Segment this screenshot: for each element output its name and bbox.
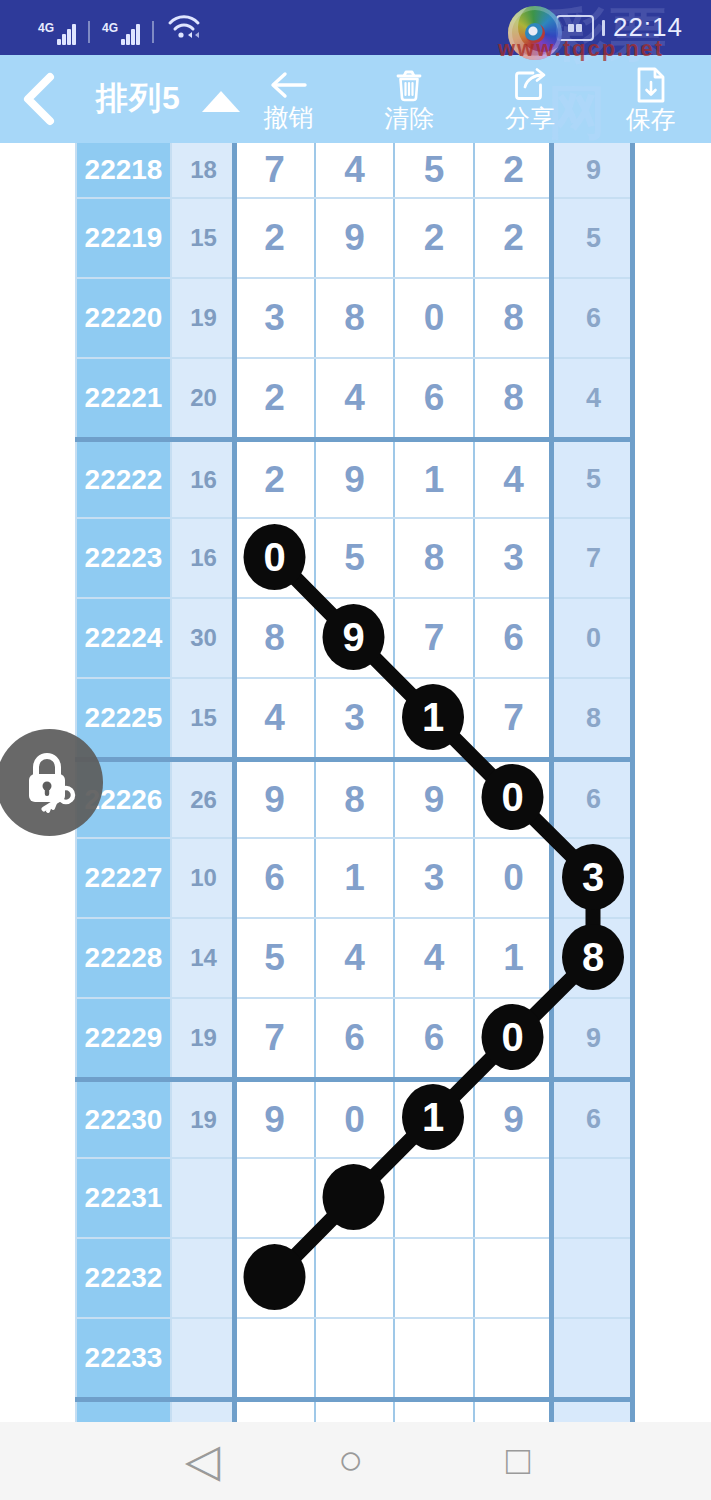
- digit-cell[interactable]: 0: [393, 279, 473, 357]
- digit-cell[interactable]: [473, 1319, 552, 1397]
- digit-cell[interactable]: 0: [473, 762, 552, 837]
- digit-cell[interactable]: 0: [552, 599, 635, 677]
- digit-cell[interactable]: [393, 1319, 473, 1397]
- digit-cell[interactable]: [235, 1402, 314, 1422]
- digit-cell[interactable]: 9: [314, 442, 393, 517]
- sum-cell: 14: [170, 919, 235, 997]
- digit-cell[interactable]: 2: [235, 442, 314, 517]
- period-cell: 22232: [75, 1239, 170, 1317]
- digit-cell[interactable]: [552, 1239, 635, 1317]
- digit-cell[interactable]: 6: [314, 999, 393, 1077]
- digit-cell[interactable]: 5: [314, 519, 393, 597]
- digit-cell[interactable]: 2: [235, 199, 314, 277]
- signal-4g-icon: 4G: [38, 24, 76, 45]
- digit-cell[interactable]: 3: [235, 279, 314, 357]
- digit-cell[interactable]: 6: [552, 1082, 635, 1157]
- sum-cell: 18: [170, 143, 235, 197]
- period-cell: 22228: [75, 919, 170, 997]
- thick-column-divider: [630, 143, 635, 1422]
- period-cell: 22231: [75, 1159, 170, 1237]
- digit-cell[interactable]: 2: [473, 199, 552, 277]
- signal-4g-icon: 4G: [102, 24, 140, 45]
- digit-cell[interactable]: 4: [314, 143, 393, 197]
- sum-cell: 16: [170, 442, 235, 517]
- sum-cell: 10: [170, 839, 235, 917]
- digit-cell[interactable]: [235, 1319, 314, 1397]
- period-cell: 22220: [75, 279, 170, 357]
- digit-cell[interactable]: 8: [314, 279, 393, 357]
- digit-cell[interactable]: 7: [552, 519, 635, 597]
- status-left-icons: 4G 4G: [38, 11, 202, 45]
- digit-cell[interactable]: 6: [393, 359, 473, 437]
- sum-cell: [170, 1319, 235, 1397]
- digit-cell[interactable]: 8: [552, 919, 635, 997]
- sum-cell: [170, 1159, 235, 1237]
- sum-cell: 20: [170, 359, 235, 437]
- digit-cell[interactable]: 1: [393, 679, 473, 757]
- digit-cell[interactable]: 3: [473, 519, 552, 597]
- undo-label: 撤销: [263, 104, 313, 130]
- nav-home-icon[interactable]: ○: [338, 1436, 363, 1484]
- digit-cell[interactable]: [473, 1159, 552, 1237]
- digit-cell[interactable]: 1: [393, 442, 473, 517]
- android-nav-bar: ◁ ○ □: [0, 1422, 711, 1500]
- divider: [152, 21, 154, 43]
- digit-cell[interactable]: [552, 1319, 635, 1397]
- digit-cell[interactable]: 9: [235, 1082, 314, 1157]
- sum-cell: 19: [170, 1082, 235, 1157]
- digit-cell[interactable]: [552, 1402, 635, 1422]
- digit-cell[interactable]: 8: [473, 359, 552, 437]
- digit-cell[interactable]: 4: [314, 359, 393, 437]
- thick-column-divider: [232, 143, 237, 1422]
- period-cell: 22221: [75, 359, 170, 437]
- digit-cell[interactable]: 9: [314, 199, 393, 277]
- digit-cell[interactable]: 8: [235, 599, 314, 677]
- period-cell: 22223: [75, 519, 170, 597]
- sum-cell: [170, 1402, 235, 1422]
- digit-cell[interactable]: [314, 1402, 393, 1422]
- digit-cell[interactable]: 9: [393, 762, 473, 837]
- page-title[interactable]: 排列5: [96, 77, 181, 121]
- digit-cell[interactable]: 5: [235, 919, 314, 997]
- undo-arrow-icon: [267, 68, 309, 102]
- digit-cell[interactable]: 1: [314, 839, 393, 917]
- period-cell: 22227: [75, 839, 170, 917]
- period-cell: 22222: [75, 442, 170, 517]
- digit-cell[interactable]: 2: [235, 359, 314, 437]
- padlock-key-icon: [14, 745, 86, 821]
- sum-cell: [170, 1239, 235, 1317]
- digit-cell[interactable]: 2: [473, 143, 552, 197]
- digit-cell[interactable]: 4: [393, 919, 473, 997]
- digit-cell[interactable]: 6: [552, 762, 635, 837]
- digit-cell[interactable]: [473, 1402, 552, 1422]
- sum-cell: 16: [170, 519, 235, 597]
- digit-cell[interactable]: [235, 1239, 314, 1317]
- clear-button[interactable]: 清除: [349, 55, 470, 143]
- digit-cell[interactable]: 0: [473, 839, 552, 917]
- digit-cell[interactable]: 8: [314, 762, 393, 837]
- digit-cell[interactable]: [393, 1402, 473, 1422]
- sum-cell: 15: [170, 679, 235, 757]
- digit-cell[interactable]: 3: [393, 839, 473, 917]
- undo-button[interactable]: 撤销: [228, 55, 349, 143]
- digit-cell[interactable]: 8: [552, 679, 635, 757]
- digit-cell[interactable]: 2: [393, 199, 473, 277]
- period-cell: 22230: [75, 1082, 170, 1157]
- period-cell: 22219: [75, 199, 170, 277]
- clear-label: 清除: [384, 105, 434, 131]
- lock-toggle-button[interactable]: [0, 729, 103, 836]
- period-cell: 22229: [75, 999, 170, 1077]
- digit-cell[interactable]: 3: [314, 679, 393, 757]
- digit-cell[interactable]: 7: [235, 143, 314, 197]
- period-cell: 22218: [75, 143, 170, 197]
- digit-cell[interactable]: 7: [473, 679, 552, 757]
- period-cell: 22225: [75, 679, 170, 757]
- digit-cell[interactable]: [314, 1239, 393, 1317]
- digit-cell[interactable]: [314, 1159, 393, 1237]
- digit-cell[interactable]: 6: [235, 839, 314, 917]
- digit-cell[interactable]: [314, 1319, 393, 1397]
- thick-column-divider: [549, 143, 554, 1422]
- digit-cell[interactable]: [473, 1239, 552, 1317]
- digit-cell[interactable]: 8: [393, 519, 473, 597]
- sum-cell: 26: [170, 762, 235, 837]
- digit-cell[interactable]: [552, 1159, 635, 1237]
- digit-cell[interactable]: 0: [473, 999, 552, 1077]
- trash-icon: [391, 67, 427, 103]
- watermark-url-text: www.tqcp.net: [498, 36, 664, 62]
- digit-cell[interactable]: 8: [473, 279, 552, 357]
- trend-table: 2221818745292221915292252222019380862222…: [75, 143, 635, 1422]
- period-cell: [75, 1402, 170, 1422]
- divider: [88, 21, 90, 43]
- digit-cell[interactable]: 9: [235, 762, 314, 837]
- digit-cell[interactable]: 9: [473, 1082, 552, 1157]
- nav-back-icon[interactable]: ◁: [185, 1436, 220, 1484]
- digit-cell[interactable]: 5: [552, 199, 635, 277]
- digit-cell[interactable]: 4: [314, 919, 393, 997]
- sum-cell: 19: [170, 279, 235, 357]
- digit-cell[interactable]: 1: [473, 919, 552, 997]
- back-button[interactable]: [16, 71, 62, 127]
- sum-cell: 19: [170, 999, 235, 1077]
- digit-cell[interactable]: 3: [552, 839, 635, 917]
- sum-cell: 15: [170, 199, 235, 277]
- digit-cell[interactable]: 9: [314, 599, 393, 677]
- digit-cell[interactable]: 9: [552, 999, 635, 1077]
- digit-cell[interactable]: 5: [393, 143, 473, 197]
- watermark-faint-text: 彩票网: [548, 0, 711, 152]
- digit-cell[interactable]: 4: [552, 359, 635, 437]
- digit-cell[interactable]: 0: [235, 519, 314, 597]
- digit-cell[interactable]: 6: [552, 279, 635, 357]
- share-icon: [511, 67, 549, 103]
- period-cell: 22224: [75, 599, 170, 677]
- digit-cell[interactable]: 4: [473, 442, 552, 517]
- nav-recents-icon[interactable]: □: [506, 1436, 530, 1484]
- digit-cell[interactable]: 7: [235, 999, 314, 1077]
- digit-cell[interactable]: 7: [393, 599, 473, 677]
- digit-cell[interactable]: [393, 1159, 473, 1237]
- digit-cell[interactable]: 6: [473, 599, 552, 677]
- sum-cell: 30: [170, 599, 235, 677]
- digit-cell[interactable]: 6: [393, 999, 473, 1077]
- digit-cell[interactable]: 0: [314, 1082, 393, 1157]
- wifi-icon: [166, 11, 202, 45]
- digit-cell[interactable]: 5: [552, 442, 635, 517]
- digit-cell[interactable]: 1: [393, 1082, 473, 1157]
- digit-cell[interactable]: [393, 1239, 473, 1317]
- period-cell: 22233: [75, 1319, 170, 1397]
- digit-cell[interactable]: 4: [235, 679, 314, 757]
- digit-cell[interactable]: [235, 1159, 314, 1237]
